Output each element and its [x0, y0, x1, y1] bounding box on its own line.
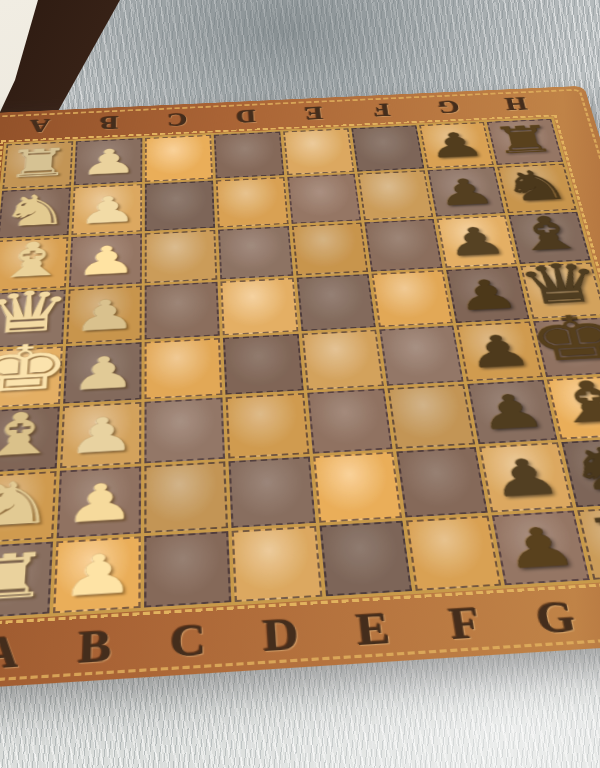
- white-knight[interactable]: ♞: [0, 471, 57, 535]
- file-label-c: C: [142, 613, 236, 670]
- square-r2-c4[interactable]: [216, 177, 288, 227]
- square-r1-c4[interactable]: [214, 132, 284, 179]
- white-rook[interactable]: ♜: [4, 143, 71, 184]
- square-r3-c4[interactable]: [218, 226, 293, 280]
- square-r5-c8[interactable]: ♚: [533, 317, 600, 377]
- square-r6-c7[interactable]: ♟: [467, 380, 557, 445]
- file-label-b: B: [74, 110, 143, 135]
- square-r4-c3[interactable]: [145, 282, 220, 340]
- white-rook[interactable]: ♜: [0, 544, 51, 610]
- square-r1-c6[interactable]: [351, 125, 424, 172]
- square-r7-c7[interactable]: ♟: [479, 442, 573, 512]
- square-r2-c6[interactable]: [357, 170, 433, 220]
- square-r3-c1[interactable]: ♝: [0, 237, 69, 291]
- black-knight[interactable]: ♞: [497, 164, 575, 208]
- square-r1-c7[interactable]: ♟: [419, 122, 494, 169]
- square-r4-c5[interactable]: [296, 274, 375, 331]
- square-r7-c2[interactable]: ♟: [57, 466, 142, 538]
- square-r8-c1[interactable]: ♜: [0, 541, 53, 619]
- square-r7-c1[interactable]: ♞: [0, 471, 57, 543]
- file-label-d: D: [211, 104, 281, 128]
- black-rook[interactable]: ♜: [580, 508, 600, 572]
- file-label-f: F: [415, 596, 514, 652]
- square-r2-c7[interactable]: ♟: [427, 167, 505, 217]
- white-pawn[interactable]: ♟: [72, 293, 137, 337]
- chessboard-scene: ABCDEFGH ♜♟♟♜♞♟♟♞♝♟♟♝♛♟♟♛♚♟♟♚♝♟♟♝♞♟♟♞♜♟♟…: [0, 0, 600, 768]
- square-r6-c2[interactable]: ♟: [60, 402, 142, 469]
- black-rook[interactable]: ♜: [488, 121, 560, 160]
- square-r1-c2[interactable]: ♟: [74, 138, 143, 186]
- board-squares: ♜♟♟♜♞♟♟♞♝♟♟♝♛♟♟♛♚♟♟♚♝♟♟♝♞♟♟♞♜♟♟♜: [0, 117, 600, 623]
- black-pawn[interactable]: ♟: [452, 273, 523, 316]
- square-r8-c5[interactable]: [319, 520, 412, 596]
- white-pawn[interactable]: ♟: [77, 190, 138, 229]
- file-label-d: D: [234, 607, 330, 664]
- square-r2-c3[interactable]: [145, 181, 215, 231]
- square-r7-c5[interactable]: [313, 452, 402, 523]
- square-r5-c6[interactable]: [379, 325, 464, 386]
- file-label-e: E: [325, 601, 423, 658]
- square-r5-c3[interactable]: [145, 338, 223, 400]
- file-label-a: A: [4, 113, 75, 138]
- black-bishop[interactable]: ♝: [506, 209, 591, 258]
- square-r7-c6[interactable]: [396, 447, 488, 517]
- square-r7-c3[interactable]: [145, 462, 229, 533]
- square-r4-c7[interactable]: ♟: [446, 266, 530, 322]
- black-pawn[interactable]: ♟: [486, 451, 566, 505]
- black-pawn[interactable]: ♟: [499, 519, 582, 577]
- square-r3-c7[interactable]: ♟: [436, 215, 517, 268]
- black-pawn[interactable]: ♟: [474, 387, 550, 437]
- square-r1-c3[interactable]: [145, 135, 213, 182]
- file-label-b: B: [47, 618, 142, 676]
- square-r3-c3[interactable]: [145, 230, 218, 284]
- square-r5-c1[interactable]: ♚: [0, 346, 63, 408]
- square-r2-c8[interactable]: ♞: [497, 164, 577, 213]
- white-pawn[interactable]: ♟: [63, 475, 136, 530]
- black-pawn[interactable]: ♟: [433, 173, 499, 211]
- file-label-g: G: [506, 590, 600, 646]
- square-r2-c5[interactable]: [287, 174, 361, 224]
- black-pawn[interactable]: ♟: [424, 128, 488, 164]
- file-label-e: E: [279, 101, 349, 125]
- square-r4-c2[interactable]: ♟: [66, 286, 142, 344]
- file-label-a: A: [0, 624, 49, 682]
- square-r3-c2[interactable]: ♟: [69, 233, 142, 287]
- white-pawn[interactable]: ♟: [79, 144, 138, 181]
- square-r8-c7[interactable]: ♟: [491, 510, 589, 585]
- file-label-h: H: [480, 92, 552, 116]
- square-r6-c8[interactable]: ♝: [547, 375, 600, 439]
- square-r1-c1[interactable]: ♜: [2, 141, 73, 189]
- white-pawn[interactable]: ♟: [60, 545, 136, 605]
- file-label-c: C: [143, 107, 212, 132]
- square-r8-c2[interactable]: ♟: [53, 536, 141, 613]
- square-r4-c8[interactable]: ♛: [520, 262, 600, 318]
- square-r6-c4[interactable]: [226, 393, 309, 459]
- square-r7-c4[interactable]: [229, 457, 316, 528]
- white-pawn[interactable]: ♟: [69, 349, 136, 397]
- square-r4-c6[interactable]: [371, 270, 453, 327]
- square-r8-c4[interactable]: [232, 526, 322, 603]
- square-r6-c1[interactable]: ♝: [0, 406, 60, 473]
- square-r8-c3[interactable]: [144, 531, 231, 608]
- square-r8-c6[interactable]: [405, 515, 501, 591]
- square-r5-c2[interactable]: ♟: [63, 342, 142, 404]
- square-r3-c6[interactable]: [364, 219, 443, 272]
- square-r6-c6[interactable]: [387, 384, 475, 449]
- square-r7-c8[interactable]: ♞: [561, 438, 600, 507]
- square-r1-c5[interactable]: [283, 128, 355, 175]
- black-pawn[interactable]: ♟: [442, 221, 510, 262]
- square-r6-c5[interactable]: [307, 388, 393, 454]
- white-bishop[interactable]: ♝: [0, 235, 70, 286]
- square-r5-c7[interactable]: ♟: [456, 321, 543, 381]
- file-label-f: F: [346, 98, 417, 122]
- square-r2-c2[interactable]: ♟: [71, 184, 142, 235]
- square-r3-c5[interactable]: [291, 222, 368, 275]
- white-knight[interactable]: ♞: [0, 188, 71, 233]
- black-pawn[interactable]: ♟: [463, 328, 537, 374]
- white-pawn[interactable]: ♟: [74, 240, 137, 282]
- white-bishop[interactable]: ♝: [0, 404, 62, 467]
- file-label-g: G: [413, 95, 485, 119]
- square-r6-c3[interactable]: [145, 397, 226, 463]
- file-label-h: H: [595, 585, 600, 641]
- square-r4-c4[interactable]: [221, 278, 298, 335]
- white-king[interactable]: ♚: [0, 335, 72, 402]
- square-r5-c5[interactable]: [301, 329, 383, 390]
- square-r1-c8[interactable]: ♜: [487, 119, 564, 165]
- square-r5-c4[interactable]: [223, 333, 303, 394]
- white-pawn[interactable]: ♟: [66, 410, 136, 461]
- black-king[interactable]: ♚: [523, 306, 600, 371]
- chessboard: ABCDEFGH ♜♟♟♜♞♟♟♞♝♟♟♝♛♟♟♛♚♟♟♚♝♟♟♝♞♟♟♞♜♟♟…: [0, 86, 600, 694]
